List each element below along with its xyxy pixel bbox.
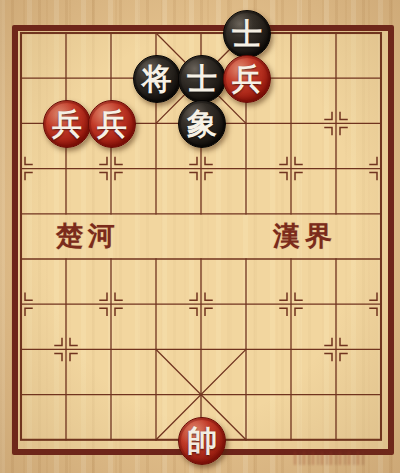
piece-red-general[interactable]: 帥 [178, 417, 226, 465]
river-label-chu-he: 楚河 [56, 220, 120, 252]
watermark [294, 452, 366, 465]
piece-glyph: 兵 [232, 64, 262, 94]
piece-black-advisor[interactable]: 士 [223, 10, 271, 58]
piece-glyph: 士 [232, 19, 262, 49]
piece-black-general[interactable]: 将 [133, 55, 181, 103]
piece-glyph: 士 [187, 64, 217, 94]
piece-glyph: 象 [187, 109, 217, 139]
piece-red-soldier[interactable]: 兵 [223, 55, 271, 103]
piece-glyph: 兵 [97, 109, 127, 139]
river-label-han-jie: 漢界 [273, 220, 337, 252]
piece-glyph: 兵 [52, 109, 82, 139]
piece-glyph: 将 [142, 64, 172, 94]
piece-black-advisor[interactable]: 士 [178, 55, 226, 103]
xiangqi-board: 楚河 漢界 士将士兵兵兵象帥 [0, 0, 400, 473]
piece-glyph: 帥 [187, 426, 217, 456]
